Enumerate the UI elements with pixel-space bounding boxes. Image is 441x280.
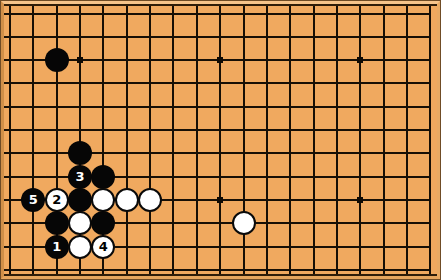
grid-vertical-line xyxy=(196,6,198,274)
white-stone-d8[interactable] xyxy=(68,235,92,259)
move-number: 3 xyxy=(76,170,85,183)
star-point xyxy=(217,57,223,63)
grid-vertical-line xyxy=(266,6,268,274)
black-stone-b10[interactable]: 5 xyxy=(21,188,45,212)
grid-vertical-line xyxy=(9,6,11,274)
star-point xyxy=(217,197,223,203)
grid-vertical-line xyxy=(32,6,34,274)
white-stone-c10[interactable]: 2 xyxy=(45,188,69,212)
black-stone-c16[interactable] xyxy=(45,48,69,72)
grid-vertical-line xyxy=(149,6,151,274)
star-point xyxy=(77,57,83,63)
grid-vertical-line xyxy=(219,6,221,274)
grid-vertical-line xyxy=(359,6,361,274)
grid-vertical-line xyxy=(336,6,338,274)
black-stone-d11[interactable]: 3 xyxy=(68,165,92,189)
grid-horizontal-line xyxy=(4,36,431,38)
grid-horizontal-line xyxy=(4,82,431,84)
move-number: 4 xyxy=(99,240,108,253)
black-stone-c8[interactable]: 1 xyxy=(45,235,69,259)
black-stone-c9[interactable] xyxy=(45,211,69,235)
go-board[interactable]: 35214 xyxy=(4,4,437,276)
white-stone-f10[interactable] xyxy=(115,188,139,212)
grid-horizontal-line xyxy=(4,129,431,131)
grid-horizontal-line xyxy=(4,106,431,108)
white-stone-l9[interactable] xyxy=(232,211,256,235)
black-stone-d12[interactable] xyxy=(68,141,92,165)
move-number: 2 xyxy=(52,193,61,206)
black-stone-d10[interactable] xyxy=(68,188,92,212)
black-stone-e11[interactable] xyxy=(91,165,115,189)
white-stone-g10[interactable] xyxy=(138,188,162,212)
grid-vertical-line xyxy=(429,6,431,274)
grid-vertical-line xyxy=(313,6,315,274)
white-stone-e8[interactable]: 4 xyxy=(91,235,115,259)
white-stone-d9[interactable] xyxy=(68,211,92,235)
black-stone-e9[interactable] xyxy=(91,211,115,235)
grid-vertical-line xyxy=(172,6,174,274)
move-number: 5 xyxy=(29,193,38,206)
grid-vertical-line xyxy=(289,6,291,274)
grid-vertical-line xyxy=(406,6,408,274)
move-number: 1 xyxy=(52,240,61,253)
grid-vertical-line xyxy=(383,6,385,274)
grid-horizontal-line xyxy=(4,269,431,271)
grid-horizontal-line xyxy=(4,13,431,15)
white-stone-e10[interactable] xyxy=(91,188,115,212)
grid-vertical-line xyxy=(126,6,128,274)
board-frame-bevel: 35214 xyxy=(1,1,440,279)
go-diagram: 35214 xyxy=(0,0,441,280)
star-point xyxy=(357,197,363,203)
star-point xyxy=(357,57,363,63)
